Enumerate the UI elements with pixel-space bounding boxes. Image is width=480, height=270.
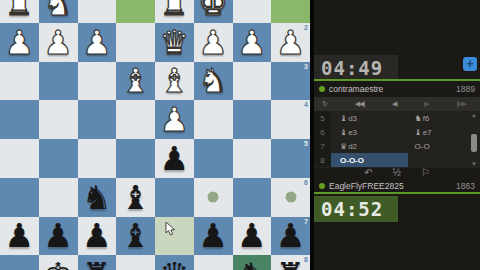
scrollbar-thumb[interactable] — [471, 134, 477, 152]
square-a5[interactable]: 5 — [271, 139, 310, 178]
rank-label: 4 — [304, 101, 308, 108]
black-player-row[interactable]: EagleFlyFREE2825 1863 — [314, 179, 480, 192]
square-c8[interactable] — [194, 255, 233, 270]
next-move-icon[interactable]: ▶ — [424, 100, 428, 108]
white-knight: ♞ — [194, 62, 233, 101]
square-f2[interactable]: ♟ — [78, 23, 117, 62]
square-b4[interactable] — [233, 100, 272, 139]
square-c4[interactable] — [194, 100, 233, 139]
move-5-b[interactable]: ♞f6 — [406, 111, 480, 125]
square-f1[interactable] — [78, 0, 117, 23]
game-side-panel: 04:49 + contramaestre 1889 ↻◀◀|◀▶|▶▶ 5♝d… — [314, 0, 480, 270]
white-pawn: ♟ — [78, 23, 117, 62]
square-d8[interactable]: ♛ — [155, 255, 194, 270]
online-dot — [319, 183, 325, 189]
game-action-buttons: ↶½⚐ — [314, 166, 480, 179]
white-pawn: ♟ — [194, 23, 233, 62]
square-d2[interactable]: ♛ — [155, 23, 194, 62]
square-f6[interactable]: ♞ — [78, 178, 117, 217]
black-pawn: ♟ — [155, 139, 194, 178]
first-move-icon[interactable]: ◀◀| — [355, 100, 365, 108]
white-bishop: ♝ — [116, 62, 155, 101]
square-f7[interactable]: ♟ — [78, 217, 117, 256]
square-c3[interactable]: ♞ — [194, 62, 233, 101]
move-dest-dot — [208, 192, 219, 203]
mouse-cursor — [165, 222, 177, 236]
black-pawn: ♟ — [233, 217, 272, 256]
move-row: 5♝d3♞f6 — [314, 111, 480, 125]
square-a8[interactable]: ♜8 — [271, 255, 310, 270]
move-8-w[interactable]: O-O-O — [331, 153, 408, 167]
square-h1[interactable]: ♜ — [0, 0, 39, 23]
move-text: e7 — [423, 128, 432, 137]
square-d1[interactable]: ♜ — [155, 0, 194, 23]
square-f3[interactable] — [78, 62, 117, 101]
piece-glyph: ♞ — [415, 114, 422, 123]
move-7-b[interactable]: O-O — [406, 139, 480, 153]
rank-label: 7 — [304, 218, 308, 225]
takeback-button[interactable]: ↶ — [364, 168, 372, 178]
move-number: 7 — [314, 139, 331, 153]
white-rook: ♜ — [155, 0, 194, 23]
move-6-w[interactable]: ♝e3 — [331, 125, 406, 139]
black-player-rating: 1863 — [456, 181, 475, 191]
square-e6[interactable]: ♝ — [116, 178, 155, 217]
black-bishop: ♝ — [116, 217, 155, 256]
flip-board-icon[interactable]: ↻ — [322, 100, 327, 108]
square-e5[interactable] — [116, 139, 155, 178]
square-g7[interactable]: ♟ — [39, 217, 78, 256]
black-player-bar — [314, 192, 480, 194]
rank-label: 3 — [304, 63, 308, 70]
square-b3[interactable] — [233, 62, 272, 101]
square-d4[interactable]: ♟ — [155, 100, 194, 139]
black-pawn: ♟ — [78, 217, 117, 256]
rank-label: 5 — [304, 140, 308, 147]
move-row: 8O-O-O — [314, 153, 480, 167]
white-player-name: contramaestre — [329, 84, 383, 94]
square-h5[interactable] — [0, 139, 39, 178]
square-f4[interactable] — [78, 100, 117, 139]
white-pawn: ♟ — [233, 23, 272, 62]
piece-glyph: ♝ — [340, 128, 347, 137]
black-pawn: ♟ — [0, 217, 39, 256]
black-king: ♚ — [39, 255, 78, 270]
square-a4[interactable]: 4 — [271, 100, 310, 139]
scroll-up-icon[interactable]: ▲ — [470, 112, 478, 118]
square-g8[interactable]: ♚ — [39, 255, 78, 270]
square-c2[interactable]: ♟ — [194, 23, 233, 62]
white-player-rating: 1889 — [456, 84, 475, 94]
square-h6[interactable] — [0, 178, 39, 217]
square-d5[interactable]: ♟ — [155, 139, 194, 178]
rank-label: 6 — [304, 179, 308, 186]
square-f8[interactable]: ♜ — [78, 255, 117, 270]
square-g2[interactable]: ♟ — [39, 23, 78, 62]
move-text: O-O-O — [340, 156, 364, 165]
square-f5[interactable] — [78, 139, 117, 178]
square-b5[interactable] — [233, 139, 272, 178]
move-7-w[interactable]: ♛d2 — [331, 139, 406, 153]
square-e2[interactable] — [116, 23, 155, 62]
square-g3[interactable] — [39, 62, 78, 101]
last-move-icon[interactable]: |▶▶ — [456, 100, 466, 108]
prev-move-icon[interactable]: ◀ — [392, 100, 396, 108]
white-pawn: ♟ — [155, 100, 194, 139]
square-e1[interactable] — [116, 0, 155, 23]
square-a3[interactable]: 3 — [271, 62, 310, 101]
move-text: d2 — [348, 142, 357, 151]
white-player-row[interactable]: contramaestre 1889 — [314, 82, 480, 95]
white-player-bar — [314, 79, 480, 81]
square-b8[interactable]: ♞ — [233, 255, 272, 270]
black-knight: ♞ — [233, 255, 272, 270]
move-5-w[interactable]: ♝d3 — [331, 111, 406, 125]
square-c6[interactable] — [194, 178, 233, 217]
move-number: 5 — [314, 111, 331, 125]
move-number: 8 — [314, 153, 331, 167]
square-g6[interactable] — [39, 178, 78, 217]
square-h2[interactable]: ♟ — [0, 23, 39, 62]
chess-board[interactable]: ♜♞♜♚1♟♟♟♛♟♟♟2♝♝♞3♟4♟5♞♝6♟♟♟♝♟♟♟7♚♜♛♞♜8 — [0, 0, 310, 270]
square-d6[interactable] — [155, 178, 194, 217]
rank-label: 2 — [304, 24, 308, 31]
black-bishop: ♝ — [116, 178, 155, 217]
give-more-time-button[interactable]: + — [463, 57, 477, 71]
black-player-clock: 04:52 — [314, 196, 398, 222]
move-text: e3 — [348, 128, 357, 137]
black-knight: ♞ — [78, 178, 117, 217]
square-a2[interactable]: ♟2 — [271, 23, 310, 62]
square-h3[interactable] — [0, 62, 39, 101]
offer-draw-button[interactable]: ½ — [393, 168, 401, 178]
white-king: ♚ — [194, 0, 233, 23]
square-a1[interactable]: 1 — [271, 0, 310, 23]
black-player-name: EagleFlyFREE2825 — [329, 181, 404, 191]
square-b1[interactable] — [233, 0, 272, 23]
piece-glyph: ♛ — [340, 142, 347, 151]
black-queen: ♛ — [155, 255, 194, 270]
white-rook: ♜ — [0, 0, 39, 23]
square-h7[interactable]: ♟ — [0, 217, 39, 256]
square-e4[interactable] — [116, 100, 155, 139]
move-number: 6 — [314, 125, 331, 139]
move-6-b[interactable]: ♝e7 — [406, 125, 480, 139]
white-pawn: ♟ — [39, 23, 78, 62]
square-c1[interactable]: ♚ — [194, 0, 233, 23]
move-text: d3 — [348, 114, 357, 123]
white-player-clock: 04:49 — [314, 55, 398, 81]
square-g4[interactable] — [39, 100, 78, 139]
square-b7[interactable]: ♟ — [233, 217, 272, 256]
square-a6[interactable]: 6 — [271, 178, 310, 217]
square-b2[interactable]: ♟ — [233, 23, 272, 62]
square-g1[interactable]: ♞ — [39, 0, 78, 23]
white-pawn: ♟ — [0, 23, 39, 62]
white-queen: ♛ — [155, 23, 194, 62]
move-text: f6 — [423, 114, 430, 123]
move-row: 6♝e3♝e7 — [314, 125, 480, 139]
square-e8[interactable] — [116, 255, 155, 270]
move-text: O-O — [415, 142, 430, 151]
black-rook: ♜ — [78, 255, 117, 270]
white-bishop: ♝ — [155, 62, 194, 101]
black-pawn: ♟ — [194, 217, 233, 256]
move-list: 5♝d3♞f66♝e3♝e77♛d2O-O8O-O-O — [314, 111, 480, 168]
online-dot — [319, 86, 325, 92]
square-b6[interactable] — [233, 178, 272, 217]
move-dest-dot — [285, 192, 296, 203]
piece-glyph: ♝ — [340, 114, 347, 123]
square-e3[interactable]: ♝ — [116, 62, 155, 101]
square-e7[interactable]: ♝ — [116, 217, 155, 256]
square-d3[interactable]: ♝ — [155, 62, 194, 101]
square-c5[interactable] — [194, 139, 233, 178]
square-g5[interactable] — [39, 139, 78, 178]
replay-controls: ↻◀◀|◀▶|▶▶ — [314, 97, 480, 111]
square-h4[interactable] — [0, 100, 39, 139]
square-h8[interactable] — [0, 255, 39, 270]
rank-label: 8 — [304, 256, 308, 263]
black-pawn: ♟ — [39, 217, 78, 256]
white-knight: ♞ — [39, 0, 78, 23]
resign-button[interactable]: ⚐ — [421, 168, 430, 178]
square-c7[interactable]: ♟ — [194, 217, 233, 256]
move-list-scrollbar[interactable]: ▲ ▼ — [470, 112, 478, 167]
move-row: 7♛d2O-O — [314, 139, 480, 153]
piece-glyph: ♝ — [415, 128, 422, 137]
square-a7[interactable]: ♟7 — [271, 217, 310, 256]
